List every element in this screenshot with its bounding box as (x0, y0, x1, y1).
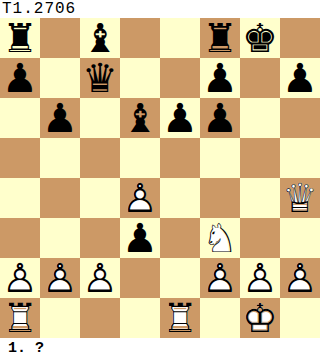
square-f1[interactable] (200, 298, 240, 338)
square-g5[interactable] (240, 138, 280, 178)
white-knight[interactable]: ♞♘ (200, 218, 240, 258)
square-h1[interactable] (280, 298, 320, 338)
square-a5[interactable] (0, 138, 40, 178)
white-queen[interactable]: ♛♕ (280, 178, 320, 218)
square-a4[interactable] (0, 178, 40, 218)
square-g8[interactable]: ♚ (240, 18, 280, 58)
white-pawn[interactable]: ♟♙ (40, 258, 80, 298)
black-pawn[interactable]: ♟ (120, 218, 160, 258)
white-piece-outline: ♙ (40, 258, 80, 298)
square-e2[interactable] (160, 258, 200, 298)
square-d6[interactable]: ♝ (120, 98, 160, 138)
square-b8[interactable] (40, 18, 80, 58)
white-piece-outline: ♙ (280, 258, 320, 298)
square-f2[interactable]: ♟♙ (200, 258, 240, 298)
white-piece-outline: ♘ (200, 218, 240, 258)
square-e1[interactable]: ♜♖ (160, 298, 200, 338)
square-g6[interactable] (240, 98, 280, 138)
black-king[interactable]: ♚ (240, 18, 280, 58)
white-pawn[interactable]: ♟♙ (0, 258, 40, 298)
square-h3[interactable] (280, 218, 320, 258)
square-c1[interactable] (80, 298, 120, 338)
square-b2[interactable]: ♟♙ (40, 258, 80, 298)
white-piece-outline: ♖ (0, 298, 40, 338)
black-rook[interactable]: ♜ (0, 18, 40, 58)
square-d2[interactable] (120, 258, 160, 298)
black-pawn[interactable]: ♟ (280, 58, 320, 98)
square-e4[interactable] (160, 178, 200, 218)
square-c3[interactable] (80, 218, 120, 258)
square-e6[interactable]: ♟ (160, 98, 200, 138)
white-piece-outline: ♙ (80, 258, 120, 298)
black-pawn[interactable]: ♟ (160, 98, 200, 138)
square-e5[interactable] (160, 138, 200, 178)
white-piece-outline: ♙ (120, 178, 160, 218)
square-f4[interactable] (200, 178, 240, 218)
square-a1[interactable]: ♜♖ (0, 298, 40, 338)
black-queen[interactable]: ♛ (80, 58, 120, 98)
square-b1[interactable] (40, 298, 80, 338)
white-pawn[interactable]: ♟♙ (200, 258, 240, 298)
square-h4[interactable]: ♛♕ (280, 178, 320, 218)
square-a8[interactable]: ♜ (0, 18, 40, 58)
square-e7[interactable] (160, 58, 200, 98)
square-a2[interactable]: ♟♙ (0, 258, 40, 298)
square-c4[interactable] (80, 178, 120, 218)
square-e3[interactable] (160, 218, 200, 258)
black-bishop[interactable]: ♝ (80, 18, 120, 58)
square-d5[interactable] (120, 138, 160, 178)
move-prompt: 1. ? (0, 338, 320, 360)
square-c7[interactable]: ♛ (80, 58, 120, 98)
square-g4[interactable] (240, 178, 280, 218)
square-d4[interactable]: ♟♙ (120, 178, 160, 218)
square-f5[interactable] (200, 138, 240, 178)
white-rook[interactable]: ♜♖ (0, 298, 40, 338)
square-f6[interactable]: ♟ (200, 98, 240, 138)
square-b4[interactable] (40, 178, 80, 218)
square-g2[interactable]: ♟♙ (240, 258, 280, 298)
square-a7[interactable]: ♟ (0, 58, 40, 98)
white-pawn[interactable]: ♟♙ (240, 258, 280, 298)
square-c6[interactable] (80, 98, 120, 138)
white-piece-outline: ♙ (200, 258, 240, 298)
black-rook[interactable]: ♜ (200, 18, 240, 58)
square-c8[interactable]: ♝ (80, 18, 120, 58)
square-a3[interactable] (0, 218, 40, 258)
square-d3[interactable]: ♟ (120, 218, 160, 258)
chess-board: ♜♝♜♚♟♛♟♟♟♝♟♟♟♙♛♕♟♞♘♟♙♟♙♟♙♟♙♟♙♟♙♜♖♜♖♚♔ (0, 18, 320, 338)
black-pawn[interactable]: ♟ (40, 98, 80, 138)
white-pawn[interactable]: ♟♙ (280, 258, 320, 298)
square-e8[interactable] (160, 18, 200, 58)
white-pawn[interactable]: ♟♙ (80, 258, 120, 298)
white-pawn[interactable]: ♟♙ (120, 178, 160, 218)
square-g7[interactable] (240, 58, 280, 98)
square-b5[interactable] (40, 138, 80, 178)
black-pawn[interactable]: ♟ (0, 58, 40, 98)
square-h5[interactable] (280, 138, 320, 178)
white-rook[interactable]: ♜♖ (160, 298, 200, 338)
white-piece-outline: ♙ (240, 258, 280, 298)
square-h2[interactable]: ♟♙ (280, 258, 320, 298)
square-f8[interactable]: ♜ (200, 18, 240, 58)
square-a6[interactable] (0, 98, 40, 138)
square-b7[interactable] (40, 58, 80, 98)
square-h6[interactable] (280, 98, 320, 138)
square-c5[interactable] (80, 138, 120, 178)
black-bishop[interactable]: ♝ (120, 98, 160, 138)
square-h7[interactable]: ♟ (280, 58, 320, 98)
white-piece-outline: ♙ (0, 258, 40, 298)
square-f7[interactable]: ♟ (200, 58, 240, 98)
square-d1[interactable] (120, 298, 160, 338)
square-h8[interactable] (280, 18, 320, 58)
black-pawn[interactable]: ♟ (200, 98, 240, 138)
white-king[interactable]: ♚♔ (240, 298, 280, 338)
square-b3[interactable] (40, 218, 80, 258)
white-piece-outline: ♕ (280, 178, 320, 218)
square-d7[interactable] (120, 58, 160, 98)
square-f3[interactable]: ♞♘ (200, 218, 240, 258)
square-g1[interactable]: ♚♔ (240, 298, 280, 338)
square-g3[interactable] (240, 218, 280, 258)
white-piece-outline: ♔ (240, 298, 280, 338)
square-c2[interactable]: ♟♙ (80, 258, 120, 298)
square-b6[interactable]: ♟ (40, 98, 80, 138)
white-piece-outline: ♖ (160, 298, 200, 338)
black-pawn[interactable]: ♟ (200, 58, 240, 98)
square-d8[interactable] (120, 18, 160, 58)
